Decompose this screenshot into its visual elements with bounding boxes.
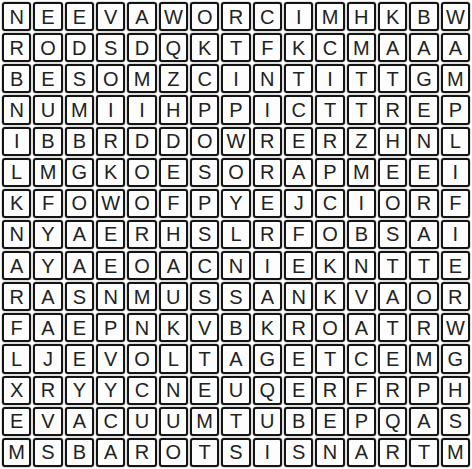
grid-cell[interactable]: F xyxy=(33,189,62,218)
grid-cell[interactable]: U xyxy=(253,407,282,436)
grid-cell[interactable]: T xyxy=(221,407,250,436)
grid-cell[interactable]: K xyxy=(315,251,344,280)
grid-cell[interactable]: U xyxy=(159,407,188,436)
grid-cell[interactable]: V xyxy=(96,344,125,373)
grid-cell[interactable]: M xyxy=(2,438,31,467)
word-search-board: NEEVAWORCIMHKBWRODSDQKTFKCMAAABESOMZCINT… xyxy=(0,0,472,469)
grid-cell[interactable]: K xyxy=(253,313,282,342)
grid-cell[interactable]: L xyxy=(441,127,470,156)
grid-cell[interactable]: S xyxy=(441,407,470,436)
grid-cell[interactable]: B xyxy=(2,64,31,93)
grid-cell[interactable]: O xyxy=(315,313,344,342)
grid-cell[interactable]: F xyxy=(347,376,376,405)
grid-cell[interactable]: R xyxy=(315,127,344,156)
grid-cell[interactable]: S xyxy=(190,158,219,187)
grid-cell[interactable]: T xyxy=(347,95,376,124)
grid-cell[interactable]: C xyxy=(190,251,219,280)
grid-cell[interactable]: O xyxy=(127,158,156,187)
grid-cell[interactable]: E xyxy=(378,344,407,373)
grid-cell[interactable]: F xyxy=(284,220,313,249)
grid-cell[interactable]: O xyxy=(96,64,125,93)
grid-cell[interactable]: R xyxy=(2,33,31,62)
grid-cell[interactable]: A xyxy=(441,33,470,62)
grid-cell[interactable]: P xyxy=(190,189,219,218)
grid-cell[interactable]: R xyxy=(2,282,31,311)
grid-cell[interactable]: L xyxy=(2,158,31,187)
grid-cell[interactable]: K xyxy=(378,2,407,31)
grid-cell[interactable]: N xyxy=(2,95,31,124)
grid-cell[interactable]: C xyxy=(315,189,344,218)
grid-cell[interactable]: K xyxy=(96,158,125,187)
grid-cell[interactable]: U xyxy=(159,282,188,311)
grid-cell[interactable]: B xyxy=(33,127,62,156)
grid-cell[interactable]: R xyxy=(221,2,250,31)
grid-cell[interactable]: C xyxy=(347,344,376,373)
grid-cell[interactable]: M xyxy=(33,158,62,187)
grid-cell[interactable]: A xyxy=(127,2,156,31)
grid-cell[interactable]: Y xyxy=(65,376,94,405)
grid-cell[interactable]: T xyxy=(378,313,407,342)
grid-cell[interactable]: N xyxy=(347,251,376,280)
grid-cell[interactable]: P xyxy=(96,313,125,342)
grid-cell[interactable]: G xyxy=(65,158,94,187)
grid-cell[interactable]: B xyxy=(284,407,313,436)
grid-cell[interactable]: E xyxy=(96,220,125,249)
grid-cell[interactable]: P xyxy=(315,158,344,187)
grid-cell[interactable]: M xyxy=(441,438,470,467)
grid-cell[interactable]: R xyxy=(253,220,282,249)
grid-cell[interactable]: N xyxy=(127,313,156,342)
grid-cell[interactable]: A xyxy=(378,282,407,311)
grid-cell[interactable]: R xyxy=(127,220,156,249)
grid-cell[interactable]: B xyxy=(65,438,94,467)
grid-cell[interactable]: V xyxy=(33,407,62,436)
grid-cell[interactable]: Y xyxy=(33,220,62,249)
grid-cell[interactable]: O xyxy=(159,438,188,467)
grid-cell[interactable]: Z xyxy=(159,64,188,93)
grid-cell[interactable]: A xyxy=(409,33,438,62)
grid-cell[interactable]: A xyxy=(159,251,188,280)
grid-cell[interactable]: S xyxy=(221,282,250,311)
grid-cell[interactable]: D xyxy=(127,33,156,62)
grid-cell[interactable]: N xyxy=(159,376,188,405)
grid-cell[interactable]: R xyxy=(378,376,407,405)
grid-cell[interactable]: J xyxy=(33,344,62,373)
grid-cell[interactable]: O xyxy=(315,220,344,249)
grid-cell[interactable]: S xyxy=(221,438,250,467)
grid-cell[interactable]: I xyxy=(221,64,250,93)
grid-cell[interactable]: E xyxy=(409,95,438,124)
grid-cell[interactable]: E xyxy=(284,251,313,280)
grid-cell[interactable]: H xyxy=(347,2,376,31)
grid-cell[interactable]: D xyxy=(159,127,188,156)
grid-cell[interactable]: X xyxy=(2,376,31,405)
grid-cell[interactable]: T xyxy=(378,251,407,280)
grid-cell[interactable]: T xyxy=(347,64,376,93)
grid-cell[interactable]: A xyxy=(2,251,31,280)
grid-cell[interactable]: E xyxy=(284,344,313,373)
grid-cell[interactable]: M xyxy=(347,158,376,187)
grid-cell[interactable]: V xyxy=(190,313,219,342)
grid-cell[interactable]: T xyxy=(284,64,313,93)
grid-cell[interactable]: E xyxy=(33,64,62,93)
grid-cell[interactable]: K xyxy=(284,33,313,62)
grid-cell[interactable]: N xyxy=(315,438,344,467)
grid-cell[interactable]: E xyxy=(65,2,94,31)
grid-cell[interactable]: B xyxy=(65,127,94,156)
grid-cell[interactable]: S xyxy=(284,438,313,467)
grid-cell[interactable]: V xyxy=(347,282,376,311)
grid-cell[interactable]: T xyxy=(190,344,219,373)
grid-cell[interactable]: B xyxy=(221,313,250,342)
grid-cell[interactable]: R xyxy=(315,376,344,405)
grid-cell[interactable]: P xyxy=(441,95,470,124)
grid-cell[interactable]: T xyxy=(409,438,438,467)
grid-cell[interactable]: N xyxy=(2,2,31,31)
grid-cell[interactable]: M xyxy=(127,64,156,93)
grid-cell[interactable]: E xyxy=(315,407,344,436)
grid-cell[interactable]: Y xyxy=(221,189,250,218)
grid-cell[interactable]: O xyxy=(127,344,156,373)
grid-cell[interactable]: I xyxy=(253,95,282,124)
grid-cell[interactable]: A xyxy=(347,313,376,342)
grid-cell[interactable]: I xyxy=(127,95,156,124)
grid-cell[interactable]: I xyxy=(441,158,470,187)
grid-cell[interactable]: I xyxy=(96,95,125,124)
grid-cell[interactable]: M xyxy=(190,407,219,436)
grid-cell[interactable]: E xyxy=(190,376,219,405)
grid-cell[interactable]: B xyxy=(409,2,438,31)
grid-cell[interactable]: M xyxy=(441,64,470,93)
grid-cell[interactable]: E xyxy=(2,407,31,436)
grid-cell[interactable]: A xyxy=(221,344,250,373)
grid-cell[interactable]: C xyxy=(127,376,156,405)
grid-cell[interactable]: T xyxy=(409,251,438,280)
grid-cell[interactable]: Y xyxy=(33,251,62,280)
grid-cell[interactable]: P xyxy=(221,95,250,124)
grid-cell[interactable]: M xyxy=(347,33,376,62)
grid-cell[interactable]: L xyxy=(159,344,188,373)
grid-cell[interactable]: U xyxy=(127,407,156,436)
grid-cell[interactable]: S xyxy=(190,282,219,311)
grid-cell[interactable]: P xyxy=(190,95,219,124)
grid-cell[interactable]: A xyxy=(409,220,438,249)
grid-cell[interactable]: H xyxy=(441,376,470,405)
grid-cell[interactable]: S xyxy=(190,220,219,249)
grid-cell[interactable]: O xyxy=(127,251,156,280)
grid-cell[interactable]: I xyxy=(347,189,376,218)
grid-cell[interactable]: N xyxy=(2,220,31,249)
grid-cell[interactable]: S xyxy=(33,438,62,467)
grid-cell[interactable]: N xyxy=(284,282,313,311)
grid-cell[interactable]: K xyxy=(159,313,188,342)
grid-cell[interactable]: O xyxy=(127,189,156,218)
grid-cell[interactable]: P xyxy=(409,376,438,405)
grid-cell[interactable]: G xyxy=(253,344,282,373)
grid-cell[interactable]: S xyxy=(65,64,94,93)
grid-cell[interactable]: T xyxy=(221,33,250,62)
grid-cell[interactable]: M xyxy=(409,344,438,373)
grid-cell[interactable]: K xyxy=(315,282,344,311)
grid-cell[interactable]: A xyxy=(33,282,62,311)
grid-cell[interactable]: R xyxy=(378,95,407,124)
grid-cell[interactable]: R xyxy=(409,189,438,218)
grid-cell[interactable]: N xyxy=(221,251,250,280)
grid-cell[interactable]: O xyxy=(33,33,62,62)
grid-cell[interactable]: R xyxy=(284,313,313,342)
grid-cell[interactable]: S xyxy=(96,33,125,62)
word-search-puzzle: NEEVAWORCIMHKBWRODSDQKTFKCMAAABESOMZCINT… xyxy=(0,0,472,469)
grid-cell[interactable]: E xyxy=(159,158,188,187)
grid-cell[interactable]: H xyxy=(159,220,188,249)
grid-cell[interactable]: W xyxy=(441,313,470,342)
grid-cell[interactable]: R xyxy=(127,438,156,467)
grid-cell[interactable]: E xyxy=(441,251,470,280)
grid-cell[interactable]: T xyxy=(190,438,219,467)
grid-cell[interactable]: I xyxy=(2,127,31,156)
grid-cell[interactable]: I xyxy=(315,64,344,93)
grid-cell[interactable]: L xyxy=(2,344,31,373)
grid-cell[interactable]: R xyxy=(96,127,125,156)
grid-cell[interactable]: Q xyxy=(378,407,407,436)
grid-cell[interactable]: V xyxy=(96,2,125,31)
grid-cell[interactable]: M xyxy=(315,2,344,31)
grid-cell[interactable]: J xyxy=(284,189,313,218)
grid-cell[interactable]: Z xyxy=(347,127,376,156)
grid-cell[interactable]: B xyxy=(347,220,376,249)
grid-cell[interactable]: E xyxy=(96,251,125,280)
grid-cell[interactable]: H xyxy=(378,127,407,156)
grid-cell[interactable]: R xyxy=(378,438,407,467)
grid-cell[interactable]: S xyxy=(65,282,94,311)
grid-cell[interactable]: A xyxy=(65,220,94,249)
grid-cell[interactable]: U xyxy=(33,95,62,124)
grid-cell[interactable]: C xyxy=(190,64,219,93)
grid-cell[interactable]: Y xyxy=(96,376,125,405)
grid-cell[interactable]: N xyxy=(253,64,282,93)
grid-cell[interactable]: W xyxy=(96,189,125,218)
grid-cell[interactable]: A xyxy=(33,313,62,342)
grid-cell[interactable]: A xyxy=(65,407,94,436)
grid-cell[interactable]: A xyxy=(96,438,125,467)
grid-cell[interactable]: A xyxy=(284,158,313,187)
grid-cell[interactable]: K xyxy=(2,189,31,218)
grid-cell[interactable]: N xyxy=(96,282,125,311)
grid-cell[interactable]: F xyxy=(253,33,282,62)
grid-cell[interactable]: C xyxy=(253,2,282,31)
grid-cell[interactable]: O xyxy=(378,189,407,218)
grid-cell[interactable]: O xyxy=(409,282,438,311)
grid-cell[interactable]: H xyxy=(159,95,188,124)
grid-cell[interactable]: C xyxy=(315,33,344,62)
grid-cell[interactable]: Q xyxy=(159,33,188,62)
grid-cell[interactable]: F xyxy=(2,313,31,342)
grid-cell[interactable]: C xyxy=(96,407,125,436)
grid-cell[interactable]: C xyxy=(284,95,313,124)
grid-cell[interactable]: R xyxy=(33,376,62,405)
grid-cell[interactable]: E xyxy=(253,189,282,218)
grid-cell[interactable]: L xyxy=(221,220,250,249)
grid-cell[interactable]: O xyxy=(190,2,219,31)
grid-cell[interactable]: A xyxy=(65,251,94,280)
grid-cell[interactable]: Q xyxy=(253,376,282,405)
grid-cell[interactable]: W xyxy=(441,2,470,31)
grid-cell[interactable]: O xyxy=(221,158,250,187)
grid-cell[interactable]: I xyxy=(253,438,282,467)
grid-cell[interactable]: R xyxy=(409,313,438,342)
grid-cell[interactable]: R xyxy=(441,282,470,311)
grid-cell[interactable]: G xyxy=(409,64,438,93)
grid-cell[interactable]: W xyxy=(221,127,250,156)
grid-cell[interactable]: E xyxy=(409,158,438,187)
grid-cell[interactable]: U xyxy=(221,376,250,405)
grid-cell[interactable]: E xyxy=(33,2,62,31)
grid-cell[interactable]: I xyxy=(284,2,313,31)
grid-cell[interactable]: E xyxy=(65,344,94,373)
grid-cell[interactable]: E xyxy=(284,127,313,156)
grid-cell[interactable]: I xyxy=(441,220,470,249)
grid-cell[interactable]: W xyxy=(159,2,188,31)
grid-cell[interactable]: E xyxy=(65,313,94,342)
grid-cell[interactable]: M xyxy=(127,282,156,311)
grid-cell[interactable]: A xyxy=(347,438,376,467)
grid-cell[interactable]: R xyxy=(253,127,282,156)
grid-cell[interactable]: A xyxy=(253,282,282,311)
grid-cell[interactable]: G xyxy=(441,344,470,373)
grid-cell[interactable]: T xyxy=(315,344,344,373)
grid-cell[interactable]: T xyxy=(378,64,407,93)
grid-cell[interactable]: F xyxy=(441,189,470,218)
grid-cell[interactable]: P xyxy=(347,407,376,436)
grid-cell[interactable]: K xyxy=(190,33,219,62)
grid-cell[interactable]: D xyxy=(65,33,94,62)
grid-cell[interactable]: E xyxy=(284,376,313,405)
grid-cell[interactable]: A xyxy=(409,407,438,436)
grid-cell[interactable]: A xyxy=(378,33,407,62)
grid-cell[interactable]: D xyxy=(127,127,156,156)
grid-cell[interactable]: O xyxy=(65,189,94,218)
grid-cell[interactable]: N xyxy=(409,127,438,156)
grid-cell[interactable]: M xyxy=(65,95,94,124)
grid-cell[interactable]: I xyxy=(253,251,282,280)
grid-cell[interactable]: R xyxy=(253,158,282,187)
grid-cell[interactable]: T xyxy=(315,95,344,124)
grid-cell[interactable]: E xyxy=(378,158,407,187)
grid-cell[interactable]: F xyxy=(159,189,188,218)
grid-cell[interactable]: O xyxy=(190,127,219,156)
grid-cell[interactable]: S xyxy=(378,220,407,249)
